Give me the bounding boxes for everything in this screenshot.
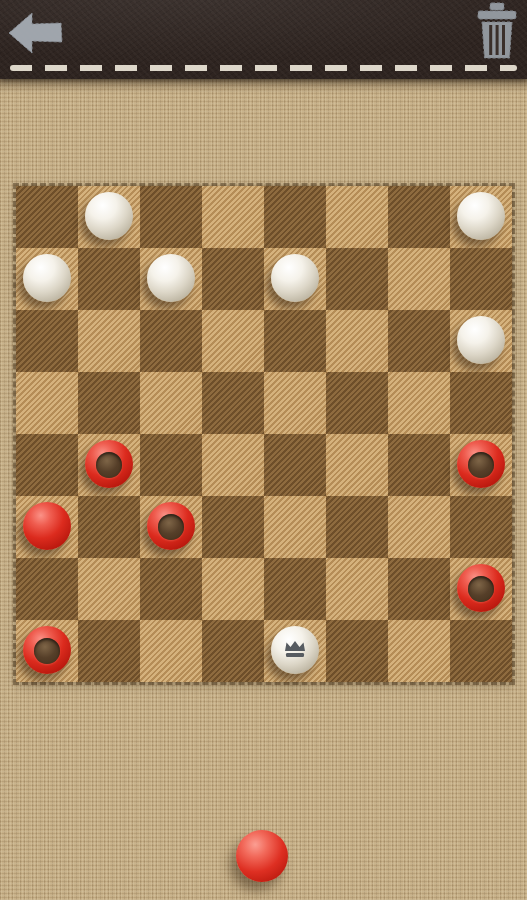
square-r0c1[interactable] bbox=[78, 186, 140, 248]
square-r4c3[interactable] bbox=[202, 434, 264, 496]
red-man[interactable] bbox=[147, 502, 195, 550]
square-r0c2[interactable] bbox=[140, 186, 202, 248]
back-button[interactable] bbox=[6, 10, 64, 56]
white-man[interactable] bbox=[85, 192, 133, 240]
square-r6c1[interactable] bbox=[78, 558, 140, 620]
square-r4c1[interactable] bbox=[78, 434, 140, 496]
square-r2c7[interactable] bbox=[450, 310, 512, 372]
white-king[interactable] bbox=[271, 626, 319, 674]
square-r6c7[interactable] bbox=[450, 558, 512, 620]
square-r2c2[interactable] bbox=[140, 310, 202, 372]
square-r4c7[interactable] bbox=[450, 434, 512, 496]
square-r2c0[interactable] bbox=[16, 310, 78, 372]
turn-indicator-piece bbox=[236, 830, 288, 882]
piece-hole bbox=[96, 452, 122, 478]
trash-icon bbox=[474, 46, 520, 63]
square-r6c3[interactable] bbox=[202, 558, 264, 620]
square-r0c3[interactable] bbox=[202, 186, 264, 248]
square-r2c1[interactable] bbox=[78, 310, 140, 372]
play-area bbox=[0, 79, 527, 900]
square-r7c6[interactable] bbox=[388, 620, 450, 682]
square-r6c2[interactable] bbox=[140, 558, 202, 620]
square-r6c5[interactable] bbox=[326, 558, 388, 620]
white-man[interactable] bbox=[147, 254, 195, 302]
piece-hole bbox=[468, 452, 494, 478]
square-r4c6[interactable] bbox=[388, 434, 450, 496]
square-r3c3[interactable] bbox=[202, 372, 264, 434]
app-screen bbox=[0, 0, 527, 900]
square-r6c6[interactable] bbox=[388, 558, 450, 620]
square-r4c4[interactable] bbox=[264, 434, 326, 496]
square-r4c2[interactable] bbox=[140, 434, 202, 496]
header-bar bbox=[0, 0, 527, 79]
square-r1c4[interactable] bbox=[264, 248, 326, 310]
square-r3c2[interactable] bbox=[140, 372, 202, 434]
square-r3c0[interactable] bbox=[16, 372, 78, 434]
square-r3c6[interactable] bbox=[388, 372, 450, 434]
square-r6c4[interactable] bbox=[264, 558, 326, 620]
square-r1c3[interactable] bbox=[202, 248, 264, 310]
white-man[interactable] bbox=[271, 254, 319, 302]
white-man[interactable] bbox=[457, 316, 505, 364]
square-r7c3[interactable] bbox=[202, 620, 264, 682]
square-r0c4[interactable] bbox=[264, 186, 326, 248]
square-r7c1[interactable] bbox=[78, 620, 140, 682]
square-r6c0[interactable] bbox=[16, 558, 78, 620]
square-r2c5[interactable] bbox=[326, 310, 388, 372]
square-r5c2[interactable] bbox=[140, 496, 202, 558]
square-r0c6[interactable] bbox=[388, 186, 450, 248]
square-r5c0[interactable] bbox=[16, 496, 78, 558]
square-r2c3[interactable] bbox=[202, 310, 264, 372]
piece-hole bbox=[158, 514, 184, 540]
square-r7c2[interactable] bbox=[140, 620, 202, 682]
square-r7c7[interactable] bbox=[450, 620, 512, 682]
square-r5c4[interactable] bbox=[264, 496, 326, 558]
red-man[interactable] bbox=[457, 564, 505, 612]
red-man[interactable] bbox=[85, 440, 133, 488]
square-r7c5[interactable] bbox=[326, 620, 388, 682]
square-r1c1[interactable] bbox=[78, 248, 140, 310]
square-r3c5[interactable] bbox=[326, 372, 388, 434]
piece-hole bbox=[34, 638, 60, 664]
delete-button[interactable] bbox=[474, 2, 520, 60]
square-r1c7[interactable] bbox=[450, 248, 512, 310]
stitch-divider bbox=[10, 65, 517, 71]
king-crown-icon bbox=[282, 639, 308, 661]
square-r3c1[interactable] bbox=[78, 372, 140, 434]
square-r5c3[interactable] bbox=[202, 496, 264, 558]
white-man[interactable] bbox=[457, 192, 505, 240]
square-r2c4[interactable] bbox=[264, 310, 326, 372]
square-r5c1[interactable] bbox=[78, 496, 140, 558]
square-r5c7[interactable] bbox=[450, 496, 512, 558]
square-r7c0[interactable] bbox=[16, 620, 78, 682]
square-r0c7[interactable] bbox=[450, 186, 512, 248]
square-r1c2[interactable] bbox=[140, 248, 202, 310]
square-r7c4[interactable] bbox=[264, 620, 326, 682]
square-r3c4[interactable] bbox=[264, 372, 326, 434]
square-r3c7[interactable] bbox=[450, 372, 512, 434]
red-man[interactable] bbox=[457, 440, 505, 488]
red-man-plain[interactable] bbox=[23, 502, 71, 550]
square-r2c6[interactable] bbox=[388, 310, 450, 372]
square-r1c6[interactable] bbox=[388, 248, 450, 310]
back-arrow-icon bbox=[6, 42, 64, 59]
square-r4c0[interactable] bbox=[16, 434, 78, 496]
piece-hole bbox=[468, 576, 494, 602]
square-r5c5[interactable] bbox=[326, 496, 388, 558]
square-r4c5[interactable] bbox=[326, 434, 388, 496]
square-r1c5[interactable] bbox=[326, 248, 388, 310]
white-man[interactable] bbox=[23, 254, 71, 302]
checkers-board bbox=[16, 186, 512, 682]
red-man[interactable] bbox=[23, 626, 71, 674]
square-r0c5[interactable] bbox=[326, 186, 388, 248]
square-r5c6[interactable] bbox=[388, 496, 450, 558]
square-r0c0[interactable] bbox=[16, 186, 78, 248]
square-r1c0[interactable] bbox=[16, 248, 78, 310]
